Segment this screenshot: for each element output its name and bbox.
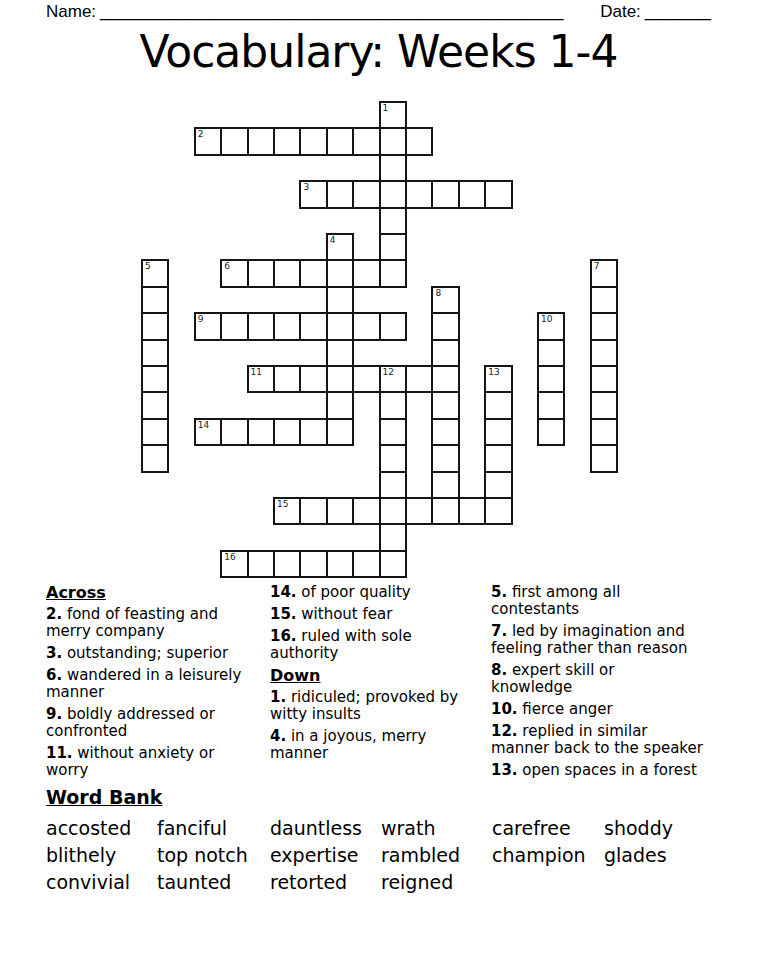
word-bank-word: retorted (270, 869, 381, 896)
grid-cell[interactable] (379, 497, 407, 525)
grid-cell[interactable] (352, 127, 380, 155)
name-label: Name: (46, 1, 96, 22)
grid-cell[interactable] (484, 180, 512, 208)
grid-cell[interactable] (352, 259, 380, 287)
grid-cell[interactable]: 11 (247, 365, 275, 393)
grid-cell[interactable]: 1 (379, 101, 407, 129)
grid-cell[interactable] (352, 312, 380, 340)
name-blank-line[interactable]: ________________________________________… (100, 1, 563, 22)
grid-cell[interactable] (484, 497, 512, 525)
grid-cell[interactable] (537, 339, 565, 367)
clue: 1. ridiculed; provoked by witty insults (270, 689, 475, 723)
clue: 14. of poor quality (270, 584, 475, 601)
grid-cell[interactable] (590, 312, 618, 340)
clue-number: 9 (198, 314, 204, 325)
grid-cell[interactable] (379, 523, 407, 551)
grid-cell[interactable]: 3 (299, 180, 327, 208)
clue-number: 3 (303, 182, 309, 193)
grid-cell[interactable] (273, 259, 301, 287)
grid-cell[interactable] (405, 127, 433, 155)
grid-cell[interactable] (273, 312, 301, 340)
grid-cell[interactable] (326, 312, 354, 340)
clue: 10. fierce anger (491, 701, 721, 718)
grid-cell[interactable] (326, 391, 354, 419)
clue-number: 13 (488, 367, 499, 378)
clue-number: 16 (224, 552, 235, 563)
grid-cell[interactable] (537, 418, 565, 446)
grid-cell[interactable]: 2 (194, 127, 222, 155)
grid-cell[interactable] (458, 497, 486, 525)
grid-cell[interactable] (431, 312, 459, 340)
word-bank-word: wrath (381, 815, 492, 842)
grid-cell[interactable] (379, 391, 407, 419)
grid-cell[interactable] (326, 127, 354, 155)
grid-cell[interactable]: 9 (194, 312, 222, 340)
grid-cell[interactable] (247, 418, 275, 446)
clues-column-3: 5. first among all contestants7. led by … (491, 584, 721, 784)
grid-cell[interactable] (379, 444, 407, 472)
clue-number-label: 7. (491, 622, 507, 640)
grid-cell[interactable] (431, 339, 459, 367)
worksheet-page: { "game": "crossword", "title": "Vocabul… (0, 0, 757, 980)
grid-cell[interactable] (220, 418, 248, 446)
grid-cell[interactable] (352, 497, 380, 525)
clue: 15. without fear (270, 606, 475, 623)
clue: 3. outstanding; superior (46, 645, 261, 662)
date-label: Date: (600, 1, 641, 22)
word-bank-grid: accostedfancifuldauntlesswrathcarefreesh… (46, 815, 718, 896)
grid-cell[interactable] (299, 259, 327, 287)
grid-cell[interactable]: 14 (194, 418, 222, 446)
clue-number-label: 9. (46, 705, 62, 723)
clue: 16. ruled with sole authority (270, 628, 475, 662)
clue-number: 12 (383, 367, 394, 378)
word-bank-word: shoddy (604, 815, 718, 842)
page-title: Vocabulary: Weeks 1-4 (0, 26, 757, 77)
grid-cell[interactable] (141, 391, 169, 419)
word-bank-word: top notch (157, 842, 270, 869)
grid-cell[interactable]: 12 (379, 365, 407, 393)
clue: 8. expert skill or knowledge (491, 662, 721, 696)
word-bank: Word Bank accostedfancifuldauntlesswrath… (46, 786, 718, 896)
clues-column-1: Across2. fond of feasting and merry comp… (46, 584, 261, 784)
grid-cell[interactable] (405, 497, 433, 525)
grid-cell[interactable] (299, 127, 327, 155)
clue-number: 6 (224, 261, 230, 272)
clue-number: 4 (330, 235, 336, 246)
clue-number-label: 11. (46, 744, 73, 762)
grid-cell[interactable]: 6 (220, 259, 248, 287)
clue: 13. open spaces in a forest (491, 762, 721, 779)
grid-cell[interactable] (141, 286, 169, 314)
clue-number-label: 13. (491, 761, 518, 779)
grid-cell[interactable] (352, 365, 380, 393)
word-bank-word: reigned (381, 869, 492, 896)
grid-cell[interactable] (273, 550, 301, 578)
grid-cell[interactable] (299, 550, 327, 578)
word-bank-word: convivial (46, 869, 157, 896)
grid-cell[interactable] (220, 127, 248, 155)
grid-cell[interactable] (590, 365, 618, 393)
grid-cell[interactable] (379, 233, 407, 261)
grid-cell[interactable] (273, 418, 301, 446)
grid-cell[interactable] (326, 286, 354, 314)
clue-number-label: 3. (46, 644, 62, 662)
clue: 4. in a joyous, merry manner (270, 728, 475, 762)
clue-number-label: 5. (491, 583, 507, 601)
grid-cell[interactable] (431, 391, 459, 419)
grid-cell[interactable] (247, 312, 275, 340)
clue-number: 8 (435, 288, 441, 299)
clue-number-label: 10. (491, 700, 518, 718)
clue-number-label: 14. (270, 583, 297, 601)
grid-cell[interactable] (484, 444, 512, 472)
word-bank-word: blithely (46, 842, 157, 869)
clue: 9. boldly addressed or confronted (46, 706, 261, 740)
grid-cell[interactable] (379, 259, 407, 287)
clue: 6. wandered in a leisurely manner (46, 667, 261, 701)
grid-cell[interactable] (590, 339, 618, 367)
grid-cell[interactable] (299, 497, 327, 525)
date-blank-line[interactable]: _______ (645, 1, 711, 22)
grid-cell[interactable]: 10 (537, 312, 565, 340)
grid-cell[interactable] (326, 497, 354, 525)
clue-number: 11 (251, 367, 262, 378)
word-bank-heading: Word Bank (46, 786, 718, 808)
grid-cell[interactable] (326, 180, 354, 208)
clue-number-label: 16. (270, 627, 297, 645)
down-heading: Down (270, 667, 475, 684)
clue-number: 14 (198, 420, 209, 431)
crossword-grid: 12345678910111213141516 (141, 101, 619, 579)
grid-cell[interactable] (141, 444, 169, 472)
clue-number-label: 2. (46, 605, 62, 623)
clue-number: 15 (277, 499, 288, 510)
clue: 5. first among all contestants (491, 584, 721, 618)
grid-cell[interactable] (431, 418, 459, 446)
grid-cell[interactable]: 5 (141, 259, 169, 287)
grid-cell[interactable] (590, 418, 618, 446)
grid-cell[interactable]: 8 (431, 286, 459, 314)
grid-cell[interactable] (431, 180, 459, 208)
clue-number: 10 (541, 314, 552, 325)
clue: 12. replied in similar manner back to th… (491, 723, 721, 757)
word-bank-word: taunted (157, 869, 270, 896)
clue-number-label: 1. (270, 688, 286, 706)
grid-cell[interactable]: 4 (326, 233, 354, 261)
grid-cell[interactable] (379, 154, 407, 182)
grid-cell[interactable] (431, 497, 459, 525)
grid-cell[interactable] (484, 418, 512, 446)
word-bank-word: carefree (492, 815, 604, 842)
word-bank-word: champion (492, 842, 604, 869)
grid-cell[interactable] (220, 312, 248, 340)
word-bank-word: rambled (381, 842, 492, 869)
grid-cell[interactable] (299, 312, 327, 340)
clue-number-label: 15. (270, 605, 297, 623)
grid-cell[interactable] (247, 259, 275, 287)
grid-cell[interactable] (141, 339, 169, 367)
grid-cell[interactable]: 7 (590, 259, 618, 287)
grid-cell[interactable] (405, 365, 433, 393)
grid-cell[interactable] (405, 180, 433, 208)
grid-cell[interactable] (141, 365, 169, 393)
grid-cell[interactable] (484, 471, 512, 499)
grid-cell[interactable]: 13 (484, 365, 512, 393)
clue-number: 2 (198, 129, 204, 140)
grid-cell[interactable] (431, 471, 459, 499)
grid-cell[interactable] (326, 550, 354, 578)
header-row: Name: __________________________________… (46, 1, 711, 22)
grid-cell[interactable] (379, 127, 407, 155)
grid-cell[interactable] (537, 365, 565, 393)
grid-cell[interactable] (141, 418, 169, 446)
word-bank-word: dauntless (270, 815, 381, 842)
word-bank-word: fanciful (157, 815, 270, 842)
word-bank-word: expertise (270, 842, 381, 869)
grid-cell[interactable] (247, 550, 275, 578)
grid-cell[interactable] (326, 259, 354, 287)
grid-cell[interactable] (379, 180, 407, 208)
clue: 11. without anxiety or worry (46, 745, 261, 779)
grid-cell[interactable] (326, 339, 354, 367)
grid-cell[interactable] (484, 391, 512, 419)
word-bank-word: glades (604, 842, 718, 869)
grid-cell[interactable] (379, 471, 407, 499)
clue-number-label: 6. (46, 666, 62, 684)
grid-cell[interactable] (590, 286, 618, 314)
grid-cell[interactable] (352, 550, 380, 578)
clue-number: 7 (594, 261, 600, 272)
grid-cell[interactable] (379, 550, 407, 578)
grid-cell[interactable] (141, 312, 169, 340)
word-bank-word: accosted (46, 815, 157, 842)
grid-cell[interactable] (431, 365, 459, 393)
across-heading: Across (46, 584, 261, 601)
grid-cell[interactable] (299, 418, 327, 446)
clue: 7. led by imagination and feeling rather… (491, 623, 721, 657)
clues-column-2: 14. of poor quality15. without fear16. r… (270, 584, 475, 767)
grid-cell[interactable] (273, 127, 301, 155)
clue: 2. fond of feasting and merry company (46, 606, 261, 640)
clue-number-label: 8. (491, 661, 507, 679)
grid-cell[interactable] (379, 312, 407, 340)
clue-number-label: 12. (491, 722, 518, 740)
grid-cell[interactable] (431, 444, 459, 472)
grid-cell[interactable] (458, 180, 486, 208)
grid-cell[interactable] (379, 418, 407, 446)
grid-cell[interactable] (379, 207, 407, 235)
grid-cell[interactable]: 16 (220, 550, 248, 578)
grid-cell[interactable] (537, 391, 565, 419)
clue-number: 1 (383, 103, 389, 114)
grid-cell[interactable]: 15 (273, 497, 301, 525)
clue-number-label: 4. (270, 727, 286, 745)
grid-cell[interactable] (326, 365, 354, 393)
clue-number: 5 (145, 261, 151, 272)
grid-cell[interactable] (299, 365, 327, 393)
grid-cell[interactable] (590, 444, 618, 472)
grid-cell[interactable] (247, 127, 275, 155)
grid-cell[interactable] (590, 391, 618, 419)
grid-cell[interactable] (273, 365, 301, 393)
grid-cell[interactable] (352, 180, 380, 208)
grid-cell[interactable] (326, 418, 354, 446)
